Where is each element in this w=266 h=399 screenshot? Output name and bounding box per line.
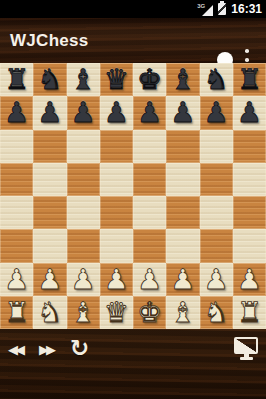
- black-pawn: ♟: [133, 96, 166, 129]
- square-h2[interactable]: ♟: [233, 263, 266, 296]
- app-title: WJChess: [0, 31, 89, 51]
- white-king: ♚: [133, 296, 166, 329]
- square-c4[interactable]: [67, 196, 100, 229]
- square-h3[interactable]: [233, 229, 266, 262]
- black-rook: ♜: [0, 63, 33, 96]
- signal-strength-icon: [202, 5, 213, 16]
- square-a1[interactable]: ♜: [0, 296, 33, 329]
- square-a7[interactable]: ♟: [0, 96, 33, 129]
- bottom-toolbar: ◀◀ ▶▶ ↻: [0, 329, 266, 399]
- square-g4[interactable]: [200, 196, 233, 229]
- square-a4[interactable]: [0, 196, 33, 229]
- square-d5[interactable]: [100, 163, 133, 196]
- square-c2[interactable]: ♟: [67, 263, 100, 296]
- square-h4[interactable]: [233, 196, 266, 229]
- square-h7[interactable]: ♟: [233, 96, 266, 129]
- white-pawn: ♟: [233, 263, 266, 296]
- square-e1[interactable]: ♚: [133, 296, 166, 329]
- chess-board[interactable]: ♜♞♝♛♚♝♞♜♟♟♟♟♟♟♟♟♟♟♟♟♟♟♟♟♜♞♝♛♚♝♞♜: [0, 63, 266, 329]
- square-e8[interactable]: ♚: [133, 63, 166, 96]
- black-pawn: ♟: [200, 96, 233, 129]
- square-e2[interactable]: ♟: [133, 263, 166, 296]
- square-b4[interactable]: [33, 196, 66, 229]
- square-e5[interactable]: [133, 163, 166, 196]
- square-f5[interactable]: [166, 163, 199, 196]
- battery-charging-icon: [218, 3, 226, 15]
- black-knight: ♞: [33, 63, 66, 96]
- square-b3[interactable]: [33, 229, 66, 262]
- square-h6[interactable]: [233, 130, 266, 163]
- square-a6[interactable]: [0, 130, 33, 163]
- square-c7[interactable]: ♟: [67, 96, 100, 129]
- square-c8[interactable]: ♝: [67, 63, 100, 96]
- square-g2[interactable]: ♟: [200, 263, 233, 296]
- square-d4[interactable]: [100, 196, 133, 229]
- status-bar: 3G 16:31: [0, 0, 266, 18]
- square-b1[interactable]: ♞: [33, 296, 66, 329]
- square-f4[interactable]: [166, 196, 199, 229]
- black-pawn: ♟: [233, 96, 266, 129]
- square-h1[interactable]: ♜: [233, 296, 266, 329]
- display-theme-icon[interactable]: [234, 337, 258, 360]
- square-b8[interactable]: ♞: [33, 63, 66, 96]
- white-pawn: ♟: [33, 263, 66, 296]
- black-queen: ♛: [100, 63, 133, 96]
- square-g1[interactable]: ♞: [200, 296, 233, 329]
- square-e7[interactable]: ♟: [133, 96, 166, 129]
- square-g7[interactable]: ♟: [200, 96, 233, 129]
- white-rook: ♜: [0, 296, 33, 329]
- square-f1[interactable]: ♝: [166, 296, 199, 329]
- status-time: 16:31: [231, 2, 262, 16]
- square-a5[interactable]: [0, 163, 33, 196]
- black-king: ♚: [133, 63, 166, 96]
- square-d6[interactable]: [100, 130, 133, 163]
- square-b7[interactable]: ♟: [33, 96, 66, 129]
- step-forward-icon[interactable]: ▶▶: [39, 342, 56, 357]
- square-h5[interactable]: [233, 163, 266, 196]
- square-d2[interactable]: ♟: [100, 263, 133, 296]
- square-d7[interactable]: ♟: [100, 96, 133, 129]
- square-f6[interactable]: [166, 130, 199, 163]
- black-rook: ♜: [233, 63, 266, 96]
- black-knight: ♞: [200, 63, 233, 96]
- step-back-icon[interactable]: ◀◀: [8, 342, 25, 357]
- square-f7[interactable]: ♟: [166, 96, 199, 129]
- white-pawn: ♟: [0, 263, 33, 296]
- white-pawn: ♟: [200, 263, 233, 296]
- white-pawn: ♟: [166, 263, 199, 296]
- network-indicator: 3G: [197, 3, 213, 16]
- square-e6[interactable]: [133, 130, 166, 163]
- app-bar: WJChess: [0, 18, 266, 63]
- square-c5[interactable]: [67, 163, 100, 196]
- black-bishop: ♝: [67, 63, 100, 96]
- black-pawn: ♟: [0, 96, 33, 129]
- black-pawn: ♟: [100, 96, 133, 129]
- square-d1[interactable]: ♛: [100, 296, 133, 329]
- square-c3[interactable]: [67, 229, 100, 262]
- black-pawn: ♟: [166, 96, 199, 129]
- white-bishop: ♝: [166, 296, 199, 329]
- square-g8[interactable]: ♞: [200, 63, 233, 96]
- black-bishop: ♝: [166, 63, 199, 96]
- white-pawn: ♟: [100, 263, 133, 296]
- square-c1[interactable]: ♝: [67, 296, 100, 329]
- square-g5[interactable]: [200, 163, 233, 196]
- square-g6[interactable]: [200, 130, 233, 163]
- white-pawn: ♟: [133, 263, 166, 296]
- white-bishop: ♝: [67, 296, 100, 329]
- square-c6[interactable]: [67, 130, 100, 163]
- square-f2[interactable]: ♟: [166, 263, 199, 296]
- square-d8[interactable]: ♛: [100, 63, 133, 96]
- square-b6[interactable]: [33, 130, 66, 163]
- square-e3[interactable]: [133, 229, 166, 262]
- black-pawn: ♟: [67, 96, 100, 129]
- square-e4[interactable]: [133, 196, 166, 229]
- square-b5[interactable]: [33, 163, 66, 196]
- square-b2[interactable]: ♟: [33, 263, 66, 296]
- monitor-base: [240, 357, 253, 360]
- square-d3[interactable]: [100, 229, 133, 262]
- white-knight: ♞: [200, 296, 233, 329]
- white-pawn: ♟: [67, 263, 100, 296]
- square-a2[interactable]: ♟: [0, 263, 33, 296]
- white-rook: ♜: [233, 296, 266, 329]
- square-a8[interactable]: ♜: [0, 63, 33, 96]
- monitor-screen: [234, 337, 258, 354]
- white-knight: ♞: [33, 296, 66, 329]
- square-g3[interactable]: [200, 229, 233, 262]
- square-f3[interactable]: [166, 229, 199, 262]
- black-pawn: ♟: [33, 96, 66, 129]
- square-f8[interactable]: ♝: [166, 63, 199, 96]
- rotate-board-icon[interactable]: ↻: [70, 338, 89, 358]
- white-queen: ♛: [100, 296, 133, 329]
- square-h8[interactable]: ♜: [233, 63, 266, 96]
- square-a3[interactable]: [0, 229, 33, 262]
